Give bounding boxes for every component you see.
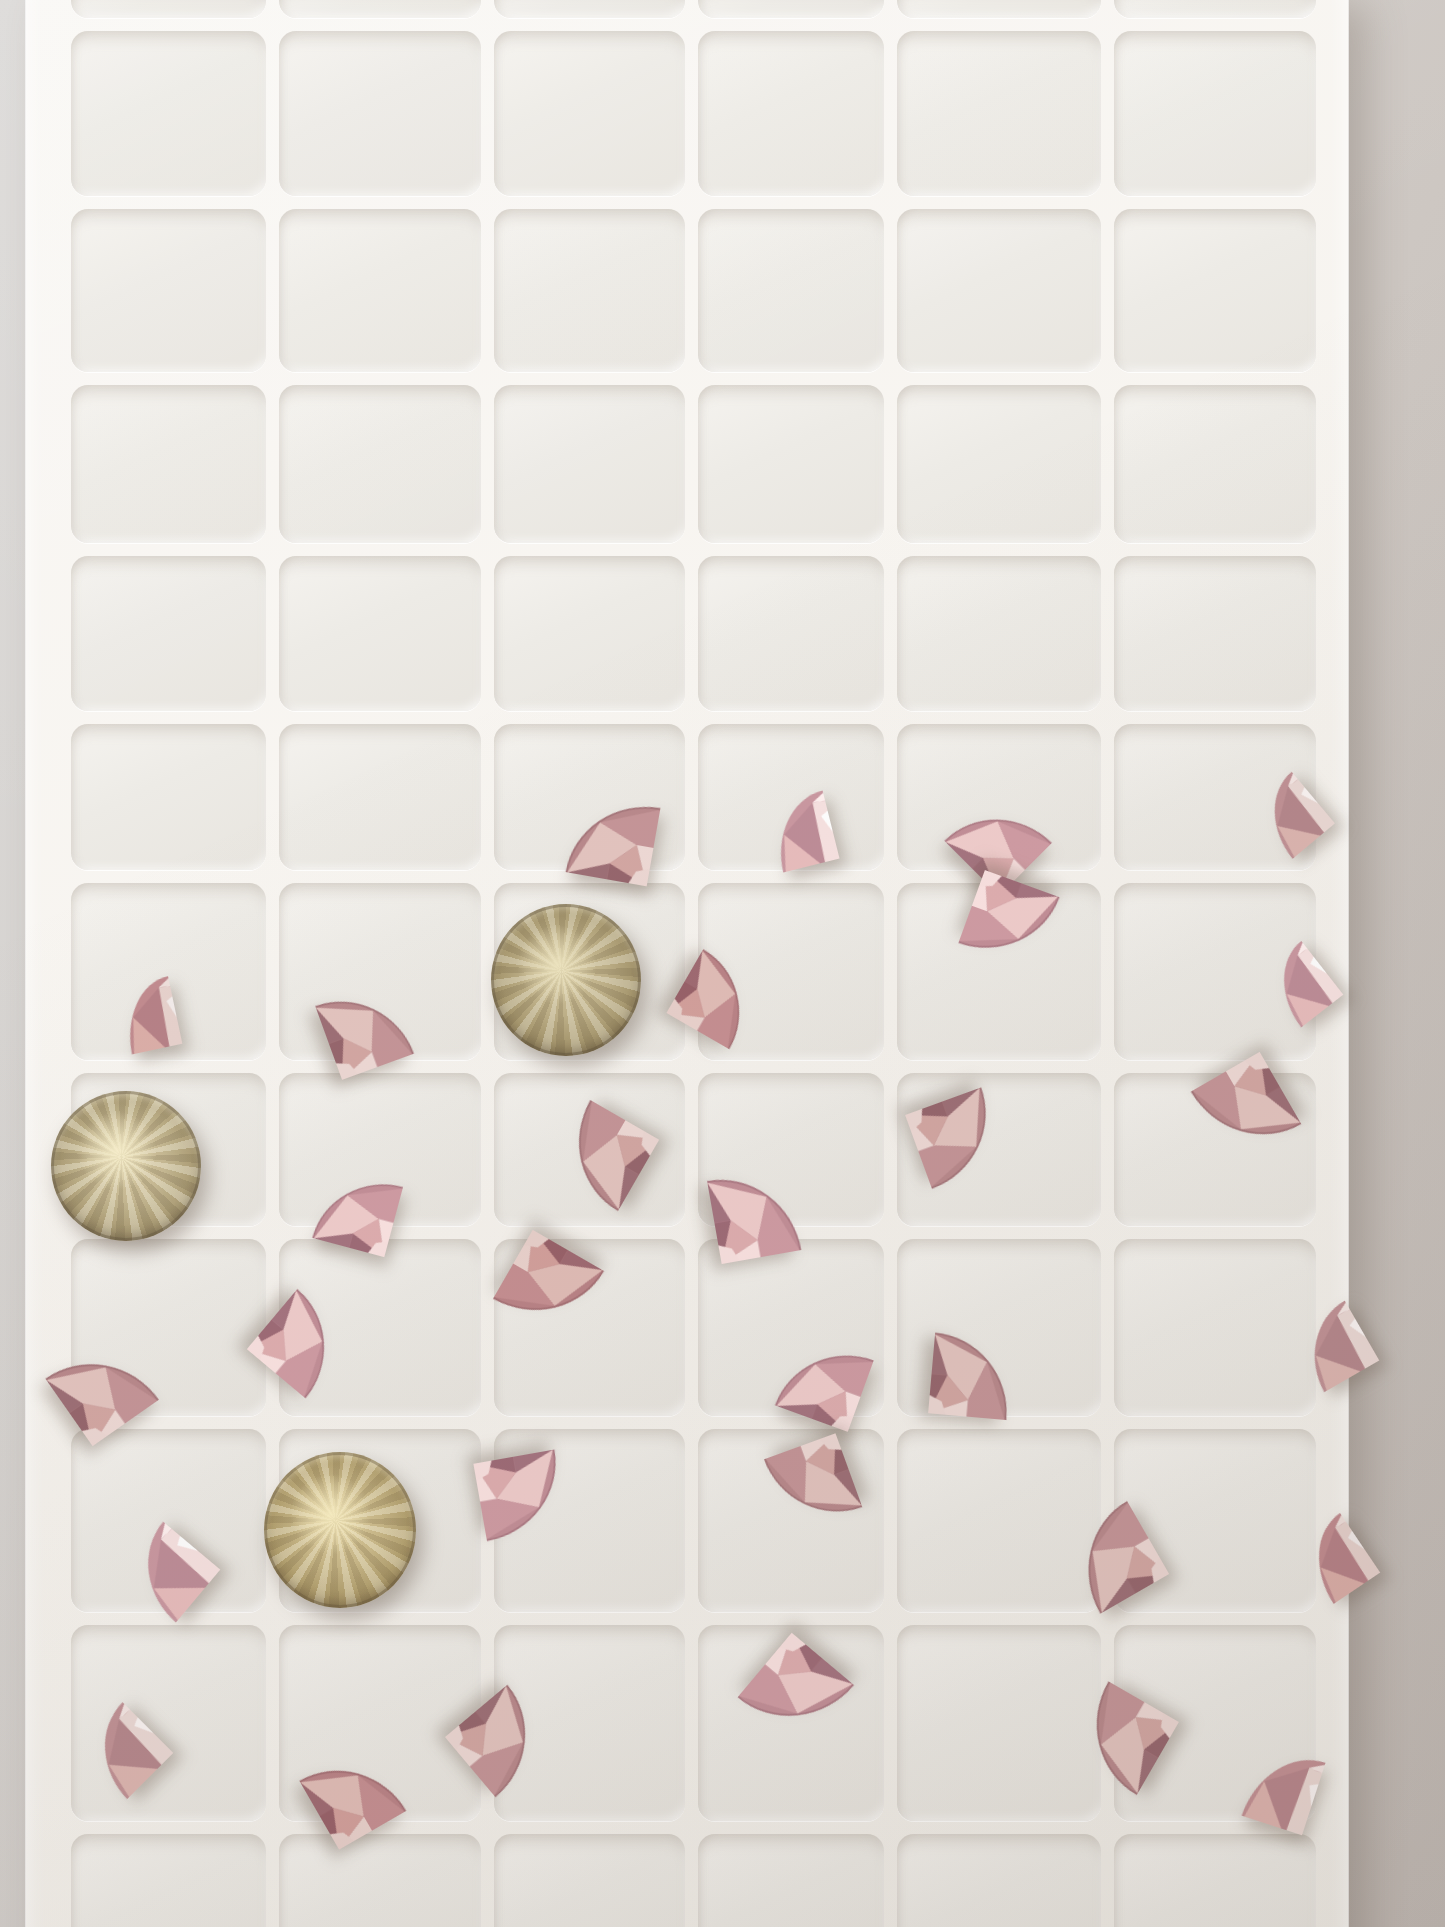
chaton-side-glyph	[0, 1643, 173, 1854]
chaton-face-glyph	[666, 883, 869, 1087]
chaton-side-glyph	[1161, 878, 1344, 1066]
chaton-face-glyph	[247, 1227, 469, 1450]
pink-chaton-tilted-A4	[680, 711, 839, 889]
pink-chaton-tilted-B6	[1161, 878, 1344, 1066]
chaton-face-glyph	[943, 1425, 1169, 1655]
chaton-face-glyph	[0, 1214, 228, 1446]
pink-chaton-face-up-B5	[931, 870, 1137, 1074]
chaton-side-glyph	[1192, 1443, 1380, 1641]
chaton-side-glyph	[1149, 712, 1335, 901]
chaton-face-glyph	[258, 1630, 476, 1849]
chaton-face-glyph	[473, 1435, 666, 1622]
pink-chaton-tilted-B1	[42, 897, 183, 1067]
pink-chaton-tilted-F6	[1171, 1635, 1354, 1836]
photo-rhinestone-tray: { "game": "none - not a board game; over…	[0, 0, 1445, 1927]
pink-chaton-face-up-D2	[247, 1227, 469, 1450]
pink-chaton-face-up-F2	[258, 1630, 476, 1849]
chaton-face-glyph	[928, 1249, 1102, 1427]
pink-chaton-tilted-E6	[1192, 1443, 1380, 1641]
pink-chaton-tilted-E1	[0, 1465, 220, 1684]
pink-chaton-face-up-F4	[681, 1633, 919, 1871]
pink-chaton-face-up-C4	[692, 1066, 884, 1264]
chaton-face-glyph	[905, 1059, 1115, 1266]
chaton-face-glyph	[287, 876, 488, 1080]
pink-chaton-face-up-F5	[949, 1639, 1179, 1871]
pink-chaton-face-up-A3	[481, 698, 675, 887]
pink-chaton-face-up-E3	[473, 1435, 666, 1622]
chaton-face-glyph	[681, 1633, 919, 1871]
pink-chaton-face-up-E5	[943, 1425, 1169, 1655]
gold-rivoli-back-B3	[491, 904, 641, 1056]
chaton-face-glyph	[237, 1075, 422, 1257]
crystal-layer	[0, 0, 1445, 1927]
pink-chaton-face-up-B4	[666, 883, 869, 1087]
chaton-side-glyph	[42, 897, 183, 1067]
chaton-face-glyph	[931, 870, 1137, 1074]
pink-chaton-tilted-F1	[0, 1643, 173, 1854]
pink-chaton-face-up-D5	[928, 1249, 1102, 1427]
gold-foiled-cone	[264, 1452, 416, 1608]
chaton-face-glyph	[690, 1433, 890, 1636]
chaton-face-glyph	[887, 676, 1106, 895]
chaton-face-glyph	[481, 698, 675, 887]
pink-chaton-face-up-C5	[905, 1059, 1115, 1266]
chaton-face-glyph	[452, 1230, 678, 1454]
pink-chaton-tilted-A6	[1149, 712, 1335, 901]
chaton-face-glyph	[445, 1630, 675, 1859]
pink-chaton-face-up-B2	[287, 876, 488, 1080]
chaton-side-glyph	[0, 1465, 220, 1684]
pink-chaton-face-up-E4	[690, 1433, 890, 1636]
pink-chaton-face-up-F3	[445, 1630, 675, 1859]
chaton-side-glyph	[680, 711, 839, 889]
chaton-side-glyph	[1171, 1635, 1354, 1836]
chaton-face-glyph	[949, 1639, 1179, 1871]
gold-foiled-cone	[491, 904, 641, 1056]
pink-chaton-face-up-A5	[887, 676, 1106, 895]
gold-rivoli-back-E2	[264, 1452, 416, 1608]
pink-chaton-face-up-D1	[0, 1214, 228, 1446]
pink-chaton-face-up-C2	[237, 1075, 422, 1257]
pink-chaton-face-up-D3	[452, 1230, 678, 1454]
chaton-face-glyph	[692, 1066, 884, 1264]
